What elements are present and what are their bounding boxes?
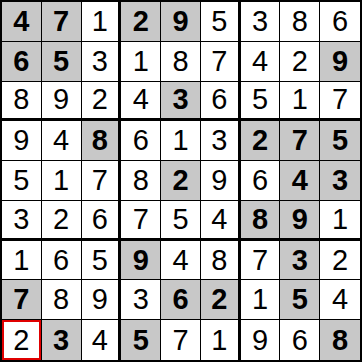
cell-r8c8[interactable]: 5 bbox=[280, 280, 320, 320]
cell-r8c1[interactable]: 7 bbox=[2, 280, 42, 320]
cell-r7c9[interactable]: 2 bbox=[320, 241, 360, 281]
cell-r6c6[interactable]: 4 bbox=[201, 201, 241, 241]
cell-r8c7[interactable]: 1 bbox=[241, 280, 281, 320]
cell-r1c2[interactable]: 7 bbox=[42, 2, 82, 42]
cell-r7c3[interactable]: 5 bbox=[82, 241, 122, 281]
cell-r4c1[interactable]: 9 bbox=[2, 121, 42, 161]
cell-r6c9[interactable]: 1 bbox=[320, 201, 360, 241]
cell-r7c8[interactable]: 3 bbox=[280, 241, 320, 281]
cell-r9c4[interactable]: 5 bbox=[121, 320, 161, 360]
cell-r5c1[interactable]: 5 bbox=[2, 161, 42, 201]
cell-r3c9[interactable]: 7 bbox=[320, 82, 360, 122]
cell-r6c1[interactable]: 3 bbox=[2, 201, 42, 241]
cell-r2c1[interactable]: 6 bbox=[2, 42, 42, 82]
cell-r3c5[interactable]: 3 bbox=[161, 82, 201, 122]
cell-r1c1[interactable]: 4 bbox=[2, 2, 42, 42]
cell-r6c3[interactable]: 6 bbox=[82, 201, 122, 241]
cell-r9c8[interactable]: 6 bbox=[280, 320, 320, 360]
cell-r4c3[interactable]: 8 bbox=[82, 121, 122, 161]
cell-r4c6[interactable]: 3 bbox=[201, 121, 241, 161]
cell-r8c6[interactable]: 2 bbox=[201, 280, 241, 320]
cell-r9c7[interactable]: 9 bbox=[241, 320, 281, 360]
cell-r8c9[interactable]: 4 bbox=[320, 280, 360, 320]
cell-r6c4[interactable]: 7 bbox=[121, 201, 161, 241]
cell-r7c4[interactable]: 9 bbox=[121, 241, 161, 281]
cell-r5c8[interactable]: 4 bbox=[280, 161, 320, 201]
cell-r7c7[interactable]: 7 bbox=[241, 241, 281, 281]
cell-r4c9[interactable]: 5 bbox=[320, 121, 360, 161]
cell-r7c6[interactable]: 8 bbox=[201, 241, 241, 281]
cell-r3c6[interactable]: 6 bbox=[201, 82, 241, 122]
cell-r5c6[interactable]: 9 bbox=[201, 161, 241, 201]
cell-r4c2[interactable]: 4 bbox=[42, 121, 82, 161]
cell-r5c5[interactable]: 2 bbox=[161, 161, 201, 201]
cell-r3c2[interactable]: 9 bbox=[42, 82, 82, 122]
cell-r9c2[interactable]: 3 bbox=[42, 320, 82, 360]
cell-r9c1[interactable]: 2 bbox=[2, 320, 42, 360]
cell-r7c1[interactable]: 1 bbox=[2, 241, 42, 281]
cell-r4c5[interactable]: 1 bbox=[161, 121, 201, 161]
cell-r1c8[interactable]: 8 bbox=[280, 2, 320, 42]
cell-r8c2[interactable]: 8 bbox=[42, 280, 82, 320]
cell-r1c7[interactable]: 3 bbox=[241, 2, 281, 42]
cell-r8c3[interactable]: 9 bbox=[82, 280, 122, 320]
cell-r2c9[interactable]: 9 bbox=[320, 42, 360, 82]
cell-r8c5[interactable]: 6 bbox=[161, 280, 201, 320]
cell-r2c8[interactable]: 2 bbox=[280, 42, 320, 82]
cell-r4c7[interactable]: 2 bbox=[241, 121, 281, 161]
cell-r3c4[interactable]: 4 bbox=[121, 82, 161, 122]
cell-r3c3[interactable]: 2 bbox=[82, 82, 122, 122]
cell-r6c8[interactable]: 9 bbox=[280, 201, 320, 241]
cell-r9c6[interactable]: 1 bbox=[201, 320, 241, 360]
cell-r1c3[interactable]: 1 bbox=[82, 2, 122, 42]
cell-r2c3[interactable]: 3 bbox=[82, 42, 122, 82]
cell-r2c7[interactable]: 4 bbox=[241, 42, 281, 82]
cell-r2c6[interactable]: 7 bbox=[201, 42, 241, 82]
cell-r3c1[interactable]: 8 bbox=[2, 82, 42, 122]
cell-r9c3[interactable]: 4 bbox=[82, 320, 122, 360]
cell-r9c5[interactable]: 7 bbox=[161, 320, 201, 360]
cell-r6c2[interactable]: 2 bbox=[42, 201, 82, 241]
cell-r7c2[interactable]: 6 bbox=[42, 241, 82, 281]
cell-r1c5[interactable]: 9 bbox=[161, 2, 201, 42]
cell-r4c8[interactable]: 7 bbox=[280, 121, 320, 161]
sudoku-board: 4712953866531874298924365179486132755178… bbox=[0, 0, 362, 362]
cell-r4c4[interactable]: 6 bbox=[121, 121, 161, 161]
cell-r1c6[interactable]: 5 bbox=[201, 2, 241, 42]
cell-r3c8[interactable]: 1 bbox=[280, 82, 320, 122]
cell-r2c2[interactable]: 5 bbox=[42, 42, 82, 82]
cell-r5c2[interactable]: 1 bbox=[42, 161, 82, 201]
cell-r5c7[interactable]: 6 bbox=[241, 161, 281, 201]
cell-r5c4[interactable]: 8 bbox=[121, 161, 161, 201]
cell-r2c4[interactable]: 1 bbox=[121, 42, 161, 82]
cell-r8c4[interactable]: 3 bbox=[121, 280, 161, 320]
cell-r1c9[interactable]: 6 bbox=[320, 2, 360, 42]
cell-r1c4[interactable]: 2 bbox=[121, 2, 161, 42]
cell-r5c3[interactable]: 7 bbox=[82, 161, 122, 201]
cell-r7c5[interactable]: 4 bbox=[161, 241, 201, 281]
cell-r9c9[interactable]: 8 bbox=[320, 320, 360, 360]
cell-r6c7[interactable]: 8 bbox=[241, 201, 281, 241]
cell-r2c5[interactable]: 8 bbox=[161, 42, 201, 82]
cell-r5c9[interactable]: 3 bbox=[320, 161, 360, 201]
cell-r3c7[interactable]: 5 bbox=[241, 82, 281, 122]
cell-r6c5[interactable]: 5 bbox=[161, 201, 201, 241]
